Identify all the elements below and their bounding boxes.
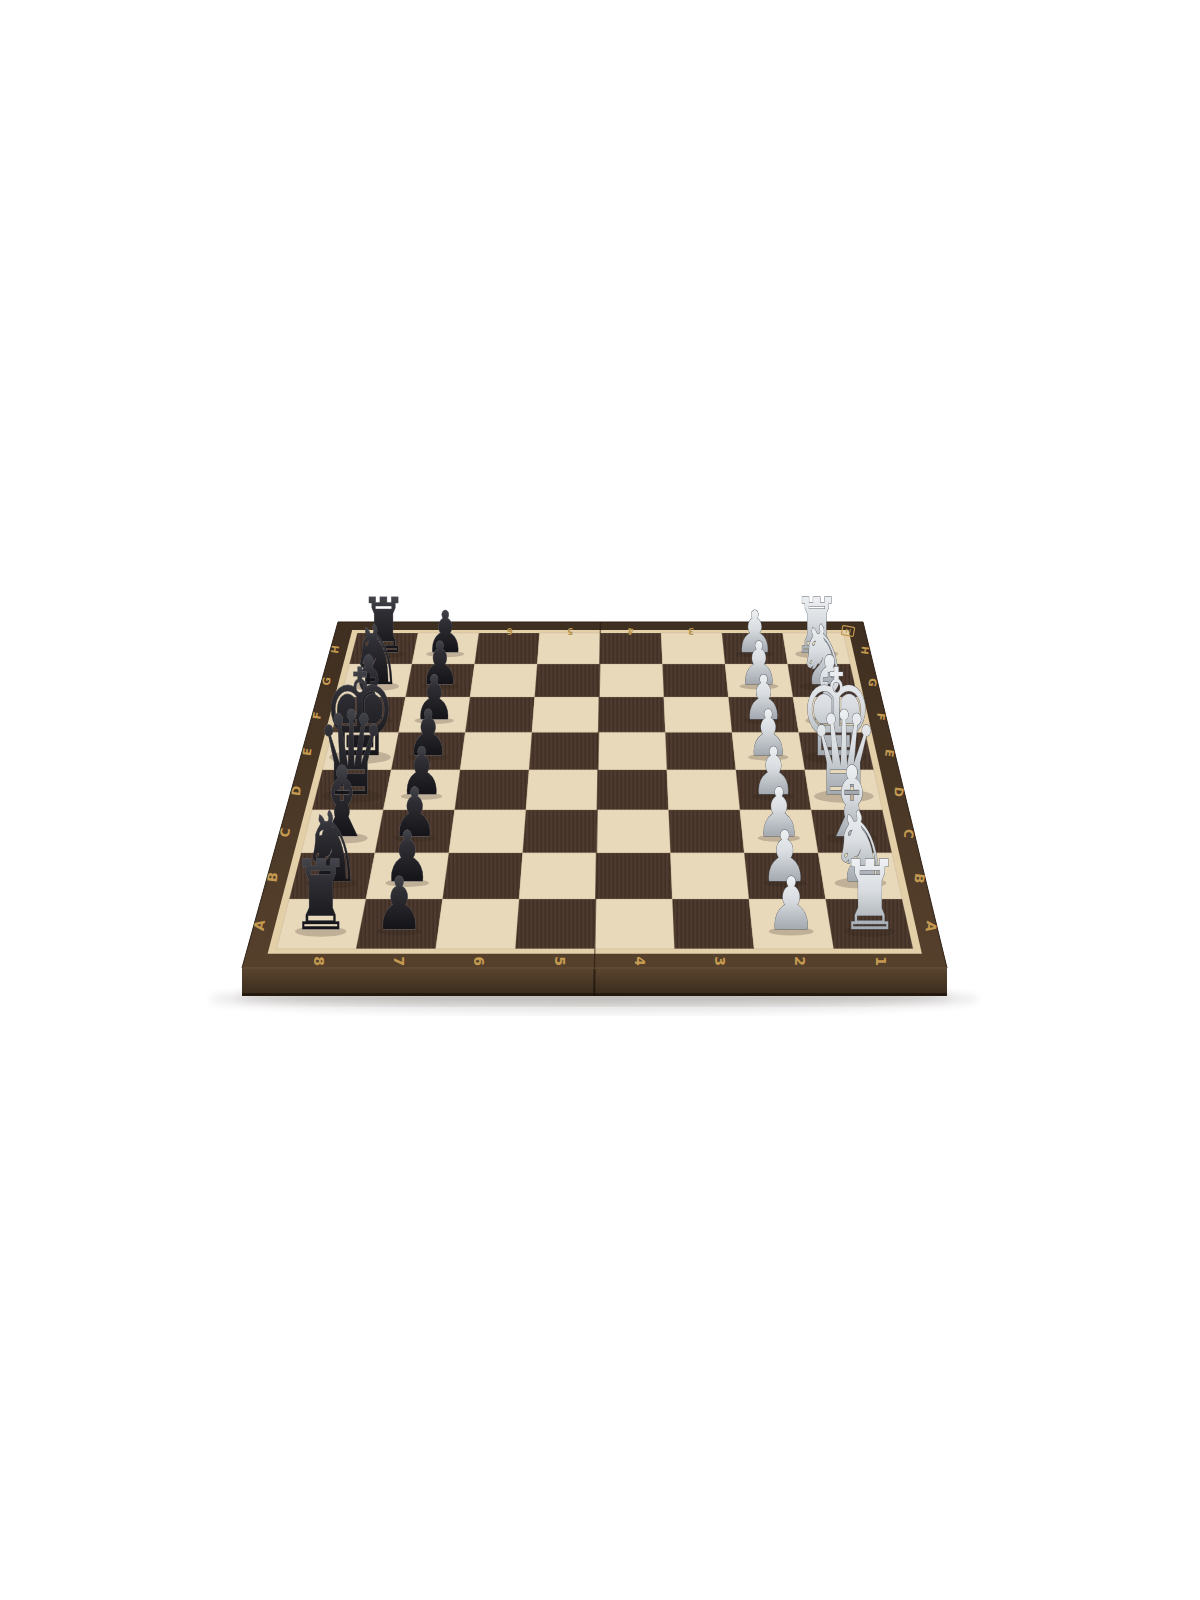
label-rank-front-1: 1 [873,956,889,966]
square-h6 [475,633,540,664]
square-b6 [443,853,523,899]
square-a6 [436,899,519,949]
square-g3 [662,664,728,697]
square-a5 [515,899,595,949]
square-g4 [599,664,664,697]
square-b3 [670,853,749,899]
piece-black-rook-a8: ♜ [291,841,350,952]
square-h4 [600,633,663,664]
square-h5 [537,633,600,664]
square-a4 [595,899,675,949]
label-rank-far-6: 6 [507,626,513,636]
square-e3 [665,732,736,770]
square-f5 [532,697,599,732]
square-b5 [519,853,596,899]
piece-black-pawn-a7: ♟ [375,862,424,947]
square-a3 [672,899,754,949]
label-rank-front-3: 3 [712,956,728,966]
label-rank-far-5: 5 [567,626,573,636]
chessboard-photo: AABBCCDDEEFFGGHH8877665544332211♜♟♟♜♞♟♟♞… [0,0,1200,1600]
square-g5 [535,664,600,697]
square-c4 [597,810,671,853]
piece-white-rook-a1: ♜ [840,841,899,952]
label-file-left-B: B [265,871,281,883]
label-rank-front-7: 7 [391,956,407,966]
square-d3 [667,770,740,810]
square-g6 [470,664,537,697]
square-c6 [449,810,526,853]
label-rank-front-6: 6 [471,956,487,966]
label-rank-front-8: 8 [311,956,327,966]
square-c3 [669,810,745,853]
label-rank-far-4: 4 [628,626,634,636]
square-f6 [465,697,534,732]
square-c5 [523,810,598,853]
square-d6 [455,770,529,810]
square-f3 [664,697,732,732]
square-f4 [599,697,666,732]
square-d4 [597,770,668,810]
label-file-right-D: D [891,786,906,798]
square-d5 [526,770,598,810]
square-b4 [596,853,673,899]
label-rank-far-3: 3 [688,626,694,636]
label-rank-front-2: 2 [792,956,808,966]
product-photo-canvas: AABBCCDDEEFFGGHH8877665544332211♜♟♟♜♞♟♟♞… [0,0,1200,1600]
label-rank-front-5: 5 [552,956,568,966]
square-e5 [529,732,599,770]
piece-white-pawn-a2: ♟ [767,862,816,947]
label-rank-front-4: 4 [632,956,648,966]
square-e4 [598,732,667,770]
label-file-right-B: B [911,872,927,884]
square-e6 [460,732,532,770]
square-h3 [661,633,725,664]
